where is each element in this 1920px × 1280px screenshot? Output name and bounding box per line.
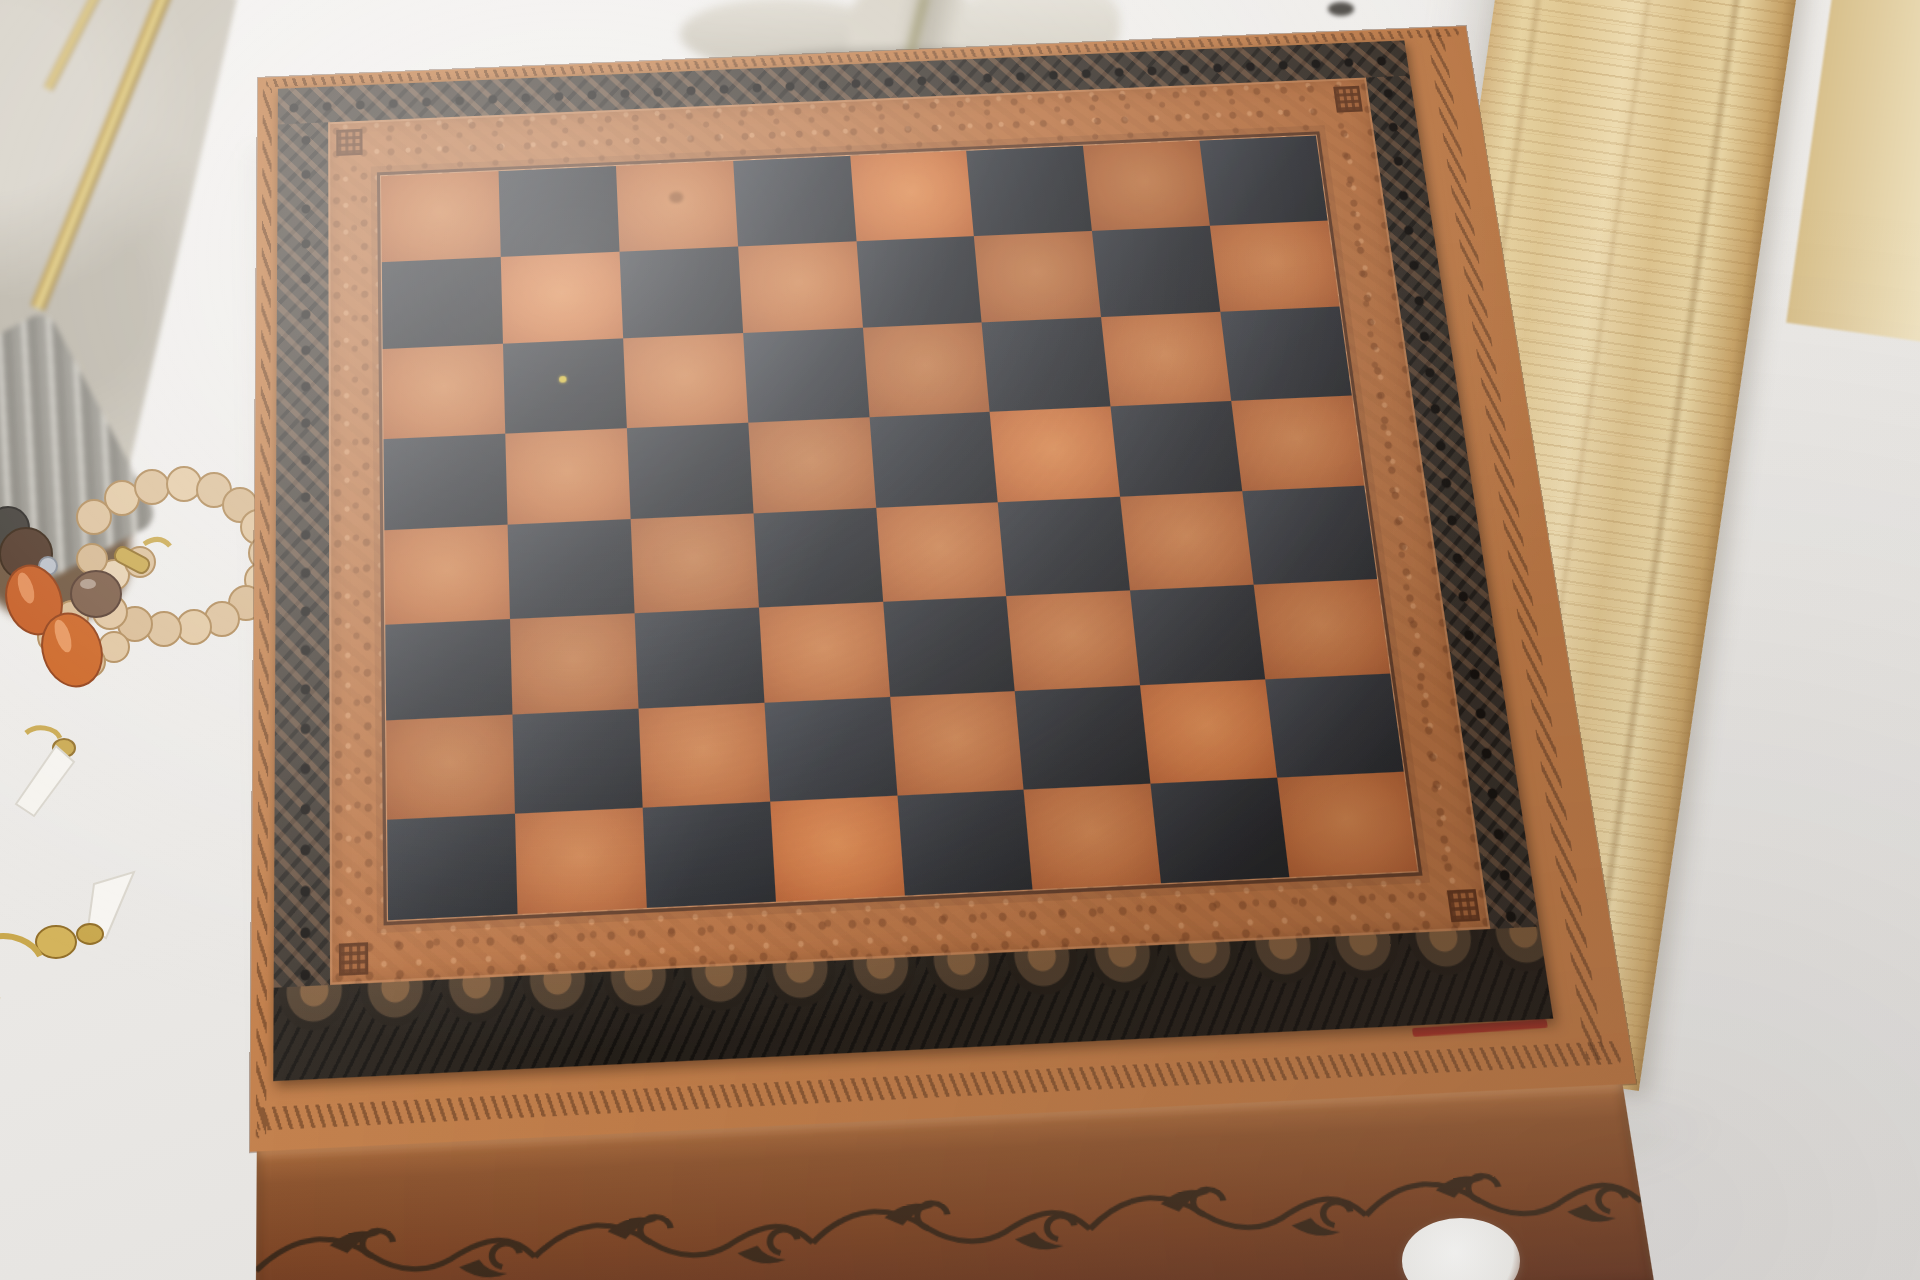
square-g3[interactable] [1130, 584, 1265, 685]
square-e3[interactable] [883, 596, 1015, 697]
square-b2[interactable] [512, 709, 642, 813]
square-c8[interactable] [616, 161, 738, 251]
square-d7[interactable] [738, 241, 863, 333]
square-d1[interactable] [770, 795, 905, 902]
square-d3[interactable] [759, 601, 890, 703]
square-d6[interactable] [743, 328, 869, 422]
square-b6[interactable] [503, 338, 627, 433]
smudge-brown [669, 192, 684, 204]
square-a7[interactable] [382, 256, 503, 349]
square-e8[interactable] [850, 151, 974, 241]
square-e4[interactable] [876, 502, 1007, 601]
square-h5[interactable] [1231, 395, 1364, 491]
board-frame [377, 131, 1423, 925]
square-h4[interactable] [1242, 486, 1377, 585]
square-b3[interactable] [510, 613, 638, 715]
square-g8[interactable] [1083, 141, 1210, 231]
square-f4[interactable] [998, 497, 1130, 596]
square-g2[interactable] [1140, 679, 1277, 783]
square-a1[interactable] [387, 813, 517, 920]
square-e6[interactable] [862, 322, 990, 416]
corner-stamp [1333, 86, 1363, 113]
square-c2[interactable] [638, 703, 769, 807]
square-h8[interactable] [1200, 136, 1328, 226]
square-b8[interactable] [498, 166, 619, 256]
square-d2[interactable] [764, 697, 897, 801]
square-h7[interactable] [1210, 220, 1340, 312]
square-h3[interactable] [1254, 578, 1390, 679]
square-d5[interactable] [748, 417, 876, 514]
square-g4[interactable] [1120, 491, 1253, 590]
square-a4[interactable] [384, 525, 510, 625]
square-f2[interactable] [1015, 685, 1151, 789]
square-c3[interactable] [634, 607, 764, 709]
square-h1[interactable] [1277, 771, 1417, 877]
case-rim [250, 26, 1636, 1152]
square-f1[interactable] [1024, 783, 1161, 889]
square-g7[interactable] [1092, 225, 1220, 317]
square-a5[interactable] [383, 433, 507, 530]
square-h6[interactable] [1220, 306, 1351, 400]
square-b5[interactable] [505, 428, 630, 525]
chess-case-assembly [248, 26, 1670, 1280]
square-f6[interactable] [982, 317, 1111, 411]
gilt-frame-edge [44, 0, 120, 91]
square-b4[interactable] [507, 519, 634, 618]
square-f8[interactable] [967, 146, 1093, 236]
square-a6[interactable] [383, 344, 505, 439]
accent-beads [0, 507, 170, 694]
square-c4[interactable] [630, 513, 758, 612]
square-b7[interactable] [501, 251, 623, 344]
square-c1[interactable] [642, 801, 775, 908]
square-c7[interactable] [619, 246, 742, 338]
gold-earring-with-cone [0, 872, 134, 1000]
gold-earring-with-cone [16, 728, 75, 816]
corner-stamp [1447, 889, 1480, 922]
square-c5[interactable] [627, 422, 754, 519]
square-a3[interactable] [385, 618, 512, 720]
rope-engraving [256, 87, 272, 1138]
leather-chessboard [273, 40, 1553, 1081]
board-grid [381, 136, 1417, 921]
lacing-border-left [274, 122, 330, 987]
square-a8[interactable] [381, 171, 501, 262]
gilt-frame-edge [31, 0, 180, 311]
square-e2[interactable] [890, 691, 1024, 795]
square-b1[interactable] [515, 807, 647, 914]
photo-scene [0, 0, 1920, 1280]
square-d4[interactable] [753, 508, 882, 607]
corner-stamp [336, 129, 362, 156]
square-f7[interactable] [974, 230, 1101, 322]
square-g5[interactable] [1111, 400, 1243, 496]
square-a2[interactable] [386, 715, 515, 820]
square-f5[interactable] [990, 406, 1120, 502]
corner-stamp [339, 942, 368, 976]
square-g6[interactable] [1101, 312, 1231, 406]
background-speck [1328, 2, 1354, 16]
square-d8[interactable] [733, 156, 856, 246]
wooden-plank-edge-piece [1786, 0, 1920, 353]
tooled-floral-border [328, 78, 1490, 985]
square-f3[interactable] [1006, 590, 1140, 691]
square-e1[interactable] [897, 789, 1033, 896]
square-e7[interactable] [856, 236, 982, 328]
square-g1[interactable] [1151, 777, 1290, 883]
square-e5[interactable] [869, 411, 998, 508]
square-c6[interactable] [623, 333, 748, 428]
square-h2[interactable] [1265, 674, 1403, 777]
speck-yellow [559, 376, 567, 383]
